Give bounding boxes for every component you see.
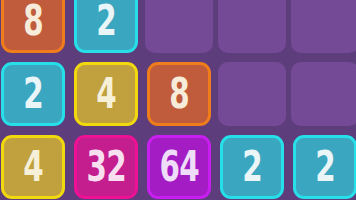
tile-value: 8: [23, 0, 43, 42]
tile-8: 8: [1, 0, 65, 53]
2048-board[interactable]: 822484326422: [1, 0, 356, 199]
board-cell: [220, 62, 284, 126]
tile-value: 4: [23, 146, 43, 188]
tile-8: 8: [147, 62, 211, 126]
tile-value: 2: [315, 146, 335, 188]
tile-value: 64: [159, 146, 199, 188]
tile-4: 4: [1, 135, 65, 199]
game-viewport: 822484326422: [0, 0, 356, 200]
empty-slot: [145, 0, 213, 53]
board-cell: [293, 62, 356, 126]
tile-value: 2: [96, 0, 116, 42]
board-cell: [147, 0, 211, 53]
empty-slot: [218, 62, 286, 126]
tile-2: 2: [1, 62, 65, 126]
empty-slot: [291, 62, 356, 126]
tile-2: 2: [220, 135, 284, 199]
tile-64: 64: [147, 135, 211, 199]
board-cell: [293, 0, 356, 53]
tile-value: 8: [169, 73, 189, 115]
tile-2: 2: [74, 0, 138, 53]
tile-value: 2: [242, 146, 262, 188]
tile-value: 4: [96, 73, 116, 115]
tile-value: 32: [86, 146, 126, 188]
board-cell: [220, 0, 284, 53]
tile-4: 4: [74, 62, 138, 126]
empty-slot: [291, 0, 356, 53]
tile-32: 32: [74, 135, 138, 199]
tile-2: 2: [293, 135, 356, 199]
tile-value: 2: [23, 73, 43, 115]
empty-slot: [218, 0, 286, 53]
